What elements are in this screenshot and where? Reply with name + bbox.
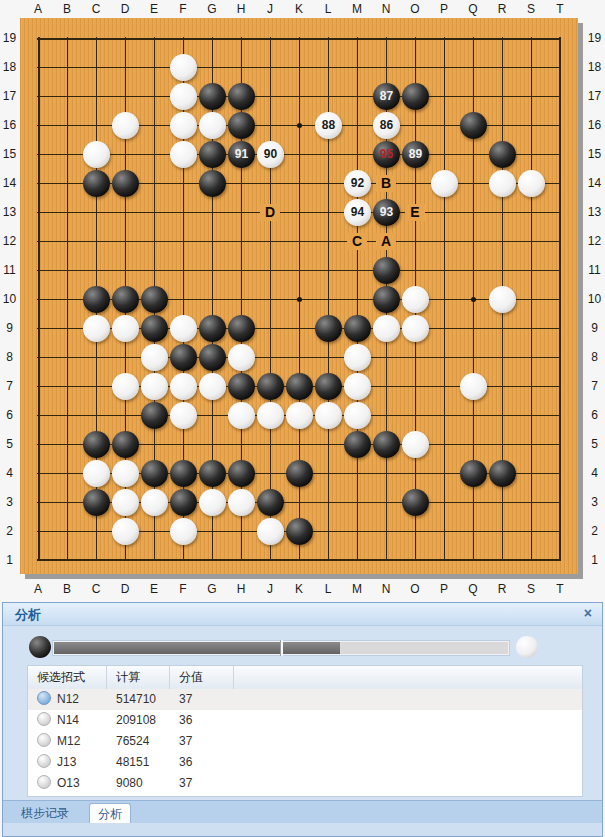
candidate-visits: 9080 bbox=[107, 773, 170, 794]
stone-D10[interactable] bbox=[112, 286, 139, 313]
stone-G16[interactable] bbox=[199, 112, 226, 139]
stone-F2[interactable] bbox=[170, 518, 197, 545]
coord-row-14-right: 14 bbox=[586, 176, 603, 190]
go-app-window: 87888691909589929493ABCDE AABBCCDDEEFFGG… bbox=[0, 0, 605, 837]
stone-C15[interactable] bbox=[83, 141, 110, 168]
coord-row-17-left: 17 bbox=[1, 89, 18, 103]
candidate-move: N12 bbox=[28, 689, 107, 710]
stone-C10[interactable] bbox=[83, 286, 110, 313]
coord-row-5-right: 5 bbox=[586, 437, 603, 451]
stone-F18[interactable] bbox=[170, 54, 197, 81]
coord-row-5-left: 5 bbox=[1, 437, 18, 451]
coord-col-O-bottom: O bbox=[406, 582, 424, 596]
stone-E7[interactable] bbox=[141, 373, 168, 400]
analysis-panel-titlebar: 分析 × bbox=[3, 603, 602, 626]
coord-col-P-bottom: P bbox=[435, 582, 453, 596]
stone-F15[interactable] bbox=[170, 141, 197, 168]
candidate-visits: 514710 bbox=[107, 689, 170, 710]
coord-col-M-bottom: M bbox=[348, 582, 366, 596]
candidate-move: O13 bbox=[28, 773, 107, 794]
candidate-move: N14 bbox=[28, 710, 107, 731]
stone-F8[interactable] bbox=[170, 344, 197, 371]
coord-row-6-right: 6 bbox=[586, 408, 603, 422]
stone-N17[interactable]: 87 bbox=[373, 83, 400, 110]
stone-H3[interactable] bbox=[228, 489, 255, 516]
col-header-empty bbox=[234, 666, 581, 689]
candidate-label-D[interactable]: D bbox=[260, 204, 280, 221]
coord-row-13-right: 13 bbox=[586, 205, 603, 219]
grid-line-h bbox=[37, 559, 561, 561]
candidate-move: M12 bbox=[28, 731, 107, 752]
stone-G3[interactable] bbox=[199, 489, 226, 516]
stone-K6[interactable] bbox=[286, 402, 313, 429]
coord-col-D-bottom: D bbox=[116, 582, 134, 596]
coord-row-11-right: 11 bbox=[586, 263, 603, 277]
go-board[interactable]: 87888691909589929493ABCDE bbox=[20, 18, 578, 574]
coord-col-T-top: T bbox=[551, 2, 569, 16]
coord-col-K-bottom: K bbox=[290, 582, 308, 596]
stone-E8[interactable] bbox=[141, 344, 168, 371]
coord-row-16-right: 16 bbox=[586, 118, 603, 132]
analysis-panel-title: 分析 bbox=[15, 606, 41, 624]
star-point bbox=[297, 123, 302, 128]
coord-col-R-top: R bbox=[493, 2, 511, 16]
stone-D5[interactable] bbox=[112, 431, 139, 458]
stone-N13[interactable]: 93 bbox=[373, 199, 400, 226]
coord-col-Q-bottom: Q bbox=[464, 582, 482, 596]
stone-M8[interactable] bbox=[344, 344, 371, 371]
coord-row-16-left: 16 bbox=[1, 118, 18, 132]
coord-col-S-top: S bbox=[522, 2, 540, 16]
coord-col-B-top: B bbox=[58, 2, 76, 16]
move-number-94: 94 bbox=[344, 199, 371, 226]
stone-N16[interactable]: 86 bbox=[373, 112, 400, 139]
star-point bbox=[471, 297, 476, 302]
coord-col-A-top: A bbox=[29, 2, 47, 16]
move-number-95: 95 bbox=[373, 141, 400, 168]
coord-row-1-left: 1 bbox=[1, 553, 18, 567]
board-area: 87888691909589929493ABCDE AABBCCDDEEFFGG… bbox=[0, 0, 605, 600]
stone-O3[interactable] bbox=[402, 489, 429, 516]
coord-row-10-left: 10 bbox=[1, 292, 18, 306]
coord-row-8-right: 8 bbox=[586, 350, 603, 364]
stone-M7[interactable] bbox=[344, 373, 371, 400]
candidate-visits: 48151 bbox=[107, 752, 170, 773]
candidate-moves-table: 候选招式 计算 分值 N1251471037N1420910836M127652… bbox=[27, 665, 583, 797]
coord-row-7-left: 7 bbox=[1, 379, 18, 393]
stone-C9[interactable] bbox=[83, 315, 110, 342]
stone-S14[interactable] bbox=[518, 170, 545, 197]
coord-col-M-top: M bbox=[348, 2, 366, 16]
panel-bottom-strip bbox=[3, 823, 602, 836]
stone-bullet-icon bbox=[37, 712, 51, 726]
stone-N9[interactable] bbox=[373, 315, 400, 342]
candidate-row-O13[interactable]: O13908037 bbox=[28, 773, 582, 794]
candidate-score: 37 bbox=[170, 773, 234, 794]
move-number-88: 88 bbox=[315, 112, 342, 139]
grid-line-v bbox=[357, 37, 358, 561]
stone-K7[interactable] bbox=[286, 373, 313, 400]
stone-F16[interactable] bbox=[170, 112, 197, 139]
candidate-label-C[interactable]: C bbox=[347, 233, 367, 250]
coord-col-J-bottom: J bbox=[261, 582, 279, 596]
candidate-row-N12[interactable]: N1251471037 bbox=[28, 689, 582, 710]
coord-col-Q-top: Q bbox=[464, 2, 482, 16]
col-header-score: 分值 bbox=[170, 666, 234, 689]
stone-H17[interactable] bbox=[228, 83, 255, 110]
candidate-row-M12[interactable]: M127652437 bbox=[28, 731, 582, 752]
move-number-87: 87 bbox=[373, 83, 400, 110]
coord-row-3-left: 3 bbox=[1, 495, 18, 509]
coord-row-13-left: 13 bbox=[1, 205, 18, 219]
stone-E9[interactable] bbox=[141, 315, 168, 342]
white-stone-icon bbox=[516, 636, 538, 658]
close-icon[interactable]: × bbox=[584, 605, 592, 621]
stone-D16[interactable] bbox=[112, 112, 139, 139]
black-stone-icon bbox=[29, 636, 51, 658]
move-number-92: 92 bbox=[344, 170, 371, 197]
coord-col-B-bottom: B bbox=[58, 582, 76, 596]
coord-col-H-bottom: H bbox=[232, 582, 250, 596]
coord-row-1-right: 1 bbox=[586, 553, 603, 567]
stone-bullet-icon bbox=[37, 691, 51, 705]
stone-bullet-icon bbox=[37, 733, 51, 747]
stone-N15[interactable]: 95 bbox=[373, 141, 400, 168]
coord-row-4-right: 4 bbox=[586, 466, 603, 480]
coord-col-G-top: G bbox=[203, 2, 221, 16]
stone-P14[interactable] bbox=[431, 170, 458, 197]
stone-H4[interactable] bbox=[228, 460, 255, 487]
stone-J6[interactable] bbox=[257, 402, 284, 429]
stone-N11[interactable] bbox=[373, 257, 400, 284]
coord-col-J-top: J bbox=[261, 2, 279, 16]
grid-line-v bbox=[444, 37, 445, 561]
coord-row-8-left: 8 bbox=[1, 350, 18, 364]
candidate-score: 36 bbox=[170, 752, 234, 773]
coord-col-E-top: E bbox=[145, 2, 163, 16]
stone-D2[interactable] bbox=[112, 518, 139, 545]
coord-row-19-right: 19 bbox=[586, 31, 603, 45]
stone-H8[interactable] bbox=[228, 344, 255, 371]
stone-F17[interactable] bbox=[170, 83, 197, 110]
stone-R10[interactable] bbox=[489, 286, 516, 313]
coord-row-17-right: 17 bbox=[586, 89, 603, 103]
stone-R15[interactable] bbox=[489, 141, 516, 168]
stone-F7[interactable] bbox=[170, 373, 197, 400]
stone-F6[interactable] bbox=[170, 402, 197, 429]
coord-col-K-top: K bbox=[290, 2, 308, 16]
stone-R14[interactable] bbox=[489, 170, 516, 197]
candidate-move: J13 bbox=[28, 752, 107, 773]
stone-Q16[interactable] bbox=[460, 112, 487, 139]
move-number-91: 91 bbox=[228, 141, 255, 168]
stone-H16[interactable] bbox=[228, 112, 255, 139]
candidate-score: 37 bbox=[170, 731, 234, 752]
winrate-center-marker bbox=[280, 640, 283, 656]
stone-G8[interactable] bbox=[199, 344, 226, 371]
coord-row-4-left: 4 bbox=[1, 466, 18, 480]
stone-G15[interactable] bbox=[199, 141, 226, 168]
stone-H9[interactable] bbox=[228, 315, 255, 342]
stone-M5[interactable] bbox=[344, 431, 371, 458]
col-header-move: 候选招式 bbox=[28, 666, 107, 689]
coord-col-N-top: N bbox=[377, 2, 395, 16]
stone-H15[interactable]: 91 bbox=[228, 141, 255, 168]
stone-N5[interactable] bbox=[373, 431, 400, 458]
candidate-label-A[interactable]: A bbox=[376, 233, 396, 250]
coord-col-N-bottom: N bbox=[377, 582, 395, 596]
coord-col-O-top: O bbox=[406, 2, 424, 16]
candidate-row-J13[interactable]: J134815136 bbox=[28, 752, 582, 773]
stone-O9[interactable] bbox=[402, 315, 429, 342]
stone-C3[interactable] bbox=[83, 489, 110, 516]
stone-F9[interactable] bbox=[170, 315, 197, 342]
coord-col-L-bottom: L bbox=[319, 582, 337, 596]
coord-row-3-right: 3 bbox=[586, 495, 603, 509]
stone-J7[interactable] bbox=[257, 373, 284, 400]
star-point bbox=[297, 297, 302, 302]
stone-O17[interactable] bbox=[402, 83, 429, 110]
stone-G4[interactable] bbox=[199, 460, 226, 487]
coord-col-F-bottom: F bbox=[174, 582, 192, 596]
coord-row-18-left: 18 bbox=[1, 60, 18, 74]
stone-C4[interactable] bbox=[83, 460, 110, 487]
coord-row-12-right: 12 bbox=[586, 234, 603, 248]
stone-L16[interactable]: 88 bbox=[315, 112, 342, 139]
coord-row-2-right: 2 bbox=[586, 524, 603, 538]
stone-M13[interactable]: 94 bbox=[344, 199, 371, 226]
coord-row-9-left: 9 bbox=[1, 321, 18, 335]
stone-E6[interactable] bbox=[141, 402, 168, 429]
stone-G14[interactable] bbox=[199, 170, 226, 197]
coord-col-A-bottom: A bbox=[29, 582, 47, 596]
tab-analysis[interactable]: 分析 bbox=[89, 803, 131, 824]
stone-bullet-icon bbox=[37, 775, 51, 789]
stone-M6[interactable] bbox=[344, 402, 371, 429]
stone-J15[interactable]: 90 bbox=[257, 141, 284, 168]
coord-row-2-left: 2 bbox=[1, 524, 18, 538]
coord-row-10-right: 10 bbox=[586, 292, 603, 306]
coord-col-E-bottom: E bbox=[145, 582, 163, 596]
coord-row-7-right: 7 bbox=[586, 379, 603, 393]
stone-H6[interactable] bbox=[228, 402, 255, 429]
stone-D3[interactable] bbox=[112, 489, 139, 516]
stone-N10[interactable] bbox=[373, 286, 400, 313]
grid-line-h bbox=[37, 357, 561, 358]
stone-G7[interactable] bbox=[199, 373, 226, 400]
coord-col-H-top: H bbox=[232, 2, 250, 16]
stone-K4[interactable] bbox=[286, 460, 313, 487]
stone-C5[interactable] bbox=[83, 431, 110, 458]
coord-col-L-top: L bbox=[319, 2, 337, 16]
stone-bullet-icon bbox=[37, 754, 51, 768]
stone-F3[interactable] bbox=[170, 489, 197, 516]
panel-tabs: 棋步记录 分析 bbox=[3, 800, 602, 824]
stone-F4[interactable] bbox=[170, 460, 197, 487]
stone-M9[interactable] bbox=[344, 315, 371, 342]
winrate-bar[interactable] bbox=[53, 641, 509, 655]
grid-line-v bbox=[559, 37, 561, 561]
coord-row-15-left: 15 bbox=[1, 147, 18, 161]
coord-row-9-right: 9 bbox=[586, 321, 603, 335]
coord-row-11-left: 11 bbox=[1, 263, 18, 277]
coord-col-G-bottom: G bbox=[203, 582, 221, 596]
stone-Q4[interactable] bbox=[460, 460, 487, 487]
grid-line-v bbox=[531, 37, 532, 561]
coord-row-18-right: 18 bbox=[586, 60, 603, 74]
stone-L7[interactable] bbox=[315, 373, 342, 400]
candidate-visits: 209108 bbox=[107, 710, 170, 731]
stone-R4[interactable] bbox=[489, 460, 516, 487]
stone-D14[interactable] bbox=[112, 170, 139, 197]
coord-row-6-left: 6 bbox=[1, 408, 18, 422]
coord-col-R-bottom: R bbox=[493, 582, 511, 596]
stone-G17[interactable] bbox=[199, 83, 226, 110]
stone-E10[interactable] bbox=[141, 286, 168, 313]
move-number-90: 90 bbox=[257, 141, 284, 168]
candidate-label-E[interactable]: E bbox=[405, 204, 425, 221]
stone-J3[interactable] bbox=[257, 489, 284, 516]
stone-J2[interactable] bbox=[257, 518, 284, 545]
stone-D9[interactable] bbox=[112, 315, 139, 342]
table-header: 候选招式 计算 分值 bbox=[28, 666, 582, 690]
move-number-86: 86 bbox=[373, 112, 400, 139]
stone-E4[interactable] bbox=[141, 460, 168, 487]
coord-row-14-left: 14 bbox=[1, 176, 18, 190]
coord-row-12-left: 12 bbox=[1, 234, 18, 248]
winrate-black-fill bbox=[54, 642, 340, 654]
stone-O15[interactable]: 89 bbox=[402, 141, 429, 168]
coord-col-D-top: D bbox=[116, 2, 134, 16]
coord-col-C-top: C bbox=[87, 2, 105, 16]
candidate-row-N14[interactable]: N1420910836 bbox=[28, 710, 582, 731]
coord-col-T-bottom: T bbox=[551, 582, 569, 596]
stone-K2[interactable] bbox=[286, 518, 313, 545]
stone-O10[interactable] bbox=[402, 286, 429, 313]
candidate-visits: 76524 bbox=[107, 731, 170, 752]
stone-O5[interactable] bbox=[402, 431, 429, 458]
move-number-93: 93 bbox=[373, 199, 400, 226]
stone-C14[interactable] bbox=[83, 170, 110, 197]
stone-L9[interactable] bbox=[315, 315, 342, 342]
tab-move-record[interactable]: 棋步记录 bbox=[13, 803, 77, 823]
candidate-score: 37 bbox=[170, 689, 234, 710]
coord-row-19-left: 19 bbox=[1, 31, 18, 45]
candidate-label-B[interactable]: B bbox=[376, 175, 396, 192]
candidate-score: 36 bbox=[170, 710, 234, 731]
stone-L6[interactable] bbox=[315, 402, 342, 429]
coord-col-F-top: F bbox=[174, 2, 192, 16]
coord-col-C-bottom: C bbox=[87, 582, 105, 596]
coord-row-15-right: 15 bbox=[586, 147, 603, 161]
coord-col-S-bottom: S bbox=[522, 582, 540, 596]
stone-D7[interactable] bbox=[112, 373, 139, 400]
col-header-visits: 计算 bbox=[107, 666, 170, 689]
analysis-panel: 分析 × 候选招式 计算 分值 N1251471037N1420910836M1… bbox=[2, 602, 603, 837]
stone-D4[interactable] bbox=[112, 460, 139, 487]
stone-E3[interactable] bbox=[141, 489, 168, 516]
stone-M14[interactable]: 92 bbox=[344, 170, 371, 197]
stone-H7[interactable] bbox=[228, 373, 255, 400]
stone-Q7[interactable] bbox=[460, 373, 487, 400]
stone-G9[interactable] bbox=[199, 315, 226, 342]
coord-col-P-top: P bbox=[435, 2, 453, 16]
move-number-89: 89 bbox=[402, 141, 429, 168]
